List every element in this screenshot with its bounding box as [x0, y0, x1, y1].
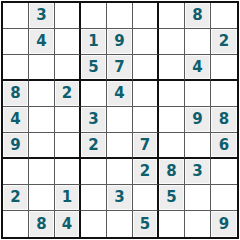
cell-r6c1[interactable]: 9 — [3, 133, 29, 159]
cell-r2c4[interactable]: 1 — [81, 29, 107, 55]
cell-r5c3[interactable] — [55, 107, 81, 133]
cell-r3c2[interactable] — [29, 55, 55, 81]
cell-r9c9[interactable]: 9 — [211, 211, 237, 237]
cell-r3c8[interactable]: 4 — [185, 55, 211, 81]
cell-r1c4[interactable] — [81, 3, 107, 29]
cell-r2c5[interactable]: 9 — [107, 29, 133, 55]
cell-r4c9[interactable] — [211, 81, 237, 107]
cell-r5c8[interactable]: 9 — [185, 107, 211, 133]
cell-r8c7[interactable]: 5 — [159, 185, 185, 211]
cell-r3c6[interactable] — [133, 55, 159, 81]
cell-r8c6[interactable] — [133, 185, 159, 211]
cell-r5c7[interactable] — [159, 107, 185, 133]
cell-r9c3[interactable]: 4 — [55, 211, 81, 237]
cell-r1c2[interactable]: 3 — [29, 3, 55, 29]
cell-r1c6[interactable] — [133, 3, 159, 29]
cell-r7c4[interactable] — [81, 159, 107, 185]
cell-r8c2[interactable] — [29, 185, 55, 211]
cell-r2c1[interactable] — [3, 29, 29, 55]
cell-r5c9[interactable]: 8 — [211, 107, 237, 133]
cell-r9c2[interactable]: 8 — [29, 211, 55, 237]
cell-r9c5[interactable] — [107, 211, 133, 237]
cell-r9c8[interactable] — [185, 211, 211, 237]
cell-r1c7[interactable] — [159, 3, 185, 29]
cell-r5c2[interactable] — [29, 107, 55, 133]
cell-r4c7[interactable] — [159, 81, 185, 107]
cell-r8c4[interactable] — [81, 185, 107, 211]
cell-r4c1[interactable]: 8 — [3, 81, 29, 107]
cell-r7c5[interactable] — [107, 159, 133, 185]
sudoku-board: 3841925748244398927628321358459 — [1, 1, 239, 239]
cell-r1c1[interactable] — [3, 3, 29, 29]
cell-r6c6[interactable]: 7 — [133, 133, 159, 159]
cell-r3c5[interactable]: 7 — [107, 55, 133, 81]
cell-r2c2[interactable]: 4 — [29, 29, 55, 55]
sudoku-page: 3841925748244398927628321358459 — [0, 0, 240, 240]
cell-r6c5[interactable] — [107, 133, 133, 159]
cell-r7c8[interactable]: 3 — [185, 159, 211, 185]
cell-r9c1[interactable] — [3, 211, 29, 237]
cell-r2c9[interactable]: 2 — [211, 29, 237, 55]
cell-r1c8[interactable]: 8 — [185, 3, 211, 29]
cell-r7c6[interactable]: 2 — [133, 159, 159, 185]
cell-r8c8[interactable] — [185, 185, 211, 211]
cell-r6c7[interactable] — [159, 133, 185, 159]
cell-r4c6[interactable] — [133, 81, 159, 107]
cell-r1c5[interactable] — [107, 3, 133, 29]
cell-r1c3[interactable] — [55, 3, 81, 29]
cell-r7c3[interactable] — [55, 159, 81, 185]
cell-r5c1[interactable]: 4 — [3, 107, 29, 133]
cell-r5c6[interactable] — [133, 107, 159, 133]
cell-r4c2[interactable] — [29, 81, 55, 107]
cell-r8c5[interactable]: 3 — [107, 185, 133, 211]
cell-r7c2[interactable] — [29, 159, 55, 185]
cell-r2c6[interactable] — [133, 29, 159, 55]
cell-r7c1[interactable] — [3, 159, 29, 185]
cell-r8c3[interactable]: 1 — [55, 185, 81, 211]
cell-r9c4[interactable] — [81, 211, 107, 237]
cell-r3c7[interactable] — [159, 55, 185, 81]
cell-r6c2[interactable] — [29, 133, 55, 159]
cell-r5c4[interactable]: 3 — [81, 107, 107, 133]
cell-r9c7[interactable] — [159, 211, 185, 237]
cell-r3c4[interactable]: 5 — [81, 55, 107, 81]
cell-r3c1[interactable] — [3, 55, 29, 81]
cell-r2c8[interactable] — [185, 29, 211, 55]
cell-r6c4[interactable]: 2 — [81, 133, 107, 159]
cell-r4c3[interactable]: 2 — [55, 81, 81, 107]
cell-r3c9[interactable] — [211, 55, 237, 81]
cell-r7c7[interactable]: 8 — [159, 159, 185, 185]
cell-r1c9[interactable] — [211, 3, 237, 29]
cell-r8c9[interactable] — [211, 185, 237, 211]
cell-r3c3[interactable] — [55, 55, 81, 81]
cell-r6c8[interactable] — [185, 133, 211, 159]
cell-r8c1[interactable]: 2 — [3, 185, 29, 211]
cell-r2c3[interactable] — [55, 29, 81, 55]
cell-r6c9[interactable]: 6 — [211, 133, 237, 159]
cell-r6c3[interactable] — [55, 133, 81, 159]
cell-r5c5[interactable] — [107, 107, 133, 133]
cell-r9c6[interactable]: 5 — [133, 211, 159, 237]
cell-r7c9[interactable] — [211, 159, 237, 185]
cell-r2c7[interactable] — [159, 29, 185, 55]
cell-r4c5[interactable]: 4 — [107, 81, 133, 107]
cell-r4c4[interactable] — [81, 81, 107, 107]
cell-r4c8[interactable] — [185, 81, 211, 107]
